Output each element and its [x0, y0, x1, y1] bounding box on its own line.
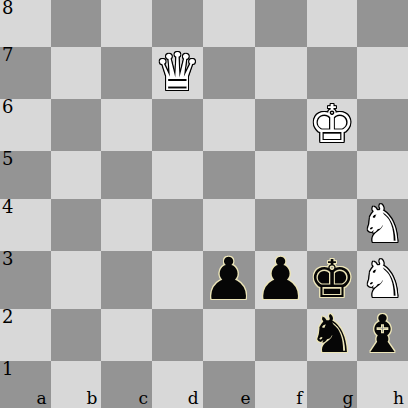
square-f4[interactable] [255, 199, 307, 251]
black-knight[interactable]: ♞ [309, 308, 356, 360]
white-queen[interactable]: ♛ [154, 46, 201, 98]
file-label-f: f [296, 390, 302, 407]
square-h8[interactable] [357, 0, 408, 47]
square-d3[interactable] [152, 251, 203, 309]
square-c1[interactable]: c [101, 361, 152, 408]
black-king[interactable]: ♚ [309, 253, 356, 305]
chess-board: 87♛6♚54♞3♟♟♚♞2♞♝1abcdefgh [0, 0, 408, 408]
square-d4[interactable] [152, 199, 203, 251]
square-e1[interactable]: e [203, 361, 255, 408]
square-c7[interactable] [101, 47, 152, 99]
square-a1[interactable]: 1a [0, 361, 51, 408]
square-g7[interactable] [307, 47, 358, 99]
square-e8[interactable] [203, 0, 255, 47]
rank-label-2: 2 [2, 307, 13, 328]
square-d2[interactable] [152, 309, 203, 361]
square-d5[interactable] [152, 151, 203, 198]
rank-label-5: 5 [2, 149, 13, 170]
file-label-d: d [188, 390, 199, 407]
square-e7[interactable] [203, 47, 255, 99]
rank-label-1: 1 [2, 359, 13, 380]
square-f7[interactable] [255, 47, 307, 99]
square-b5[interactable] [51, 151, 102, 198]
white-king[interactable]: ♚ [309, 98, 356, 150]
rank-label-8: 8 [2, 0, 13, 19]
square-c4[interactable] [101, 199, 152, 251]
square-e2[interactable] [203, 309, 255, 361]
square-c8[interactable] [101, 0, 152, 47]
square-a3[interactable]: 3 [0, 251, 51, 309]
white-knight[interactable]: ♞ [359, 198, 406, 250]
square-d7[interactable]: ♛ [152, 47, 203, 99]
square-d6[interactable] [152, 99, 203, 151]
file-label-b: b [86, 390, 97, 407]
square-h1[interactable]: h [357, 361, 408, 408]
square-h6[interactable] [357, 99, 408, 151]
square-f8[interactable] [255, 0, 307, 47]
square-f1[interactable]: f [255, 361, 307, 408]
square-d8[interactable] [152, 0, 203, 47]
square-g4[interactable] [307, 199, 358, 251]
rank-label-4: 4 [2, 197, 13, 218]
square-b4[interactable] [51, 199, 102, 251]
file-label-c: c [138, 390, 148, 407]
square-g8[interactable] [307, 0, 358, 47]
square-b1[interactable]: b [51, 361, 102, 408]
square-b7[interactable] [51, 47, 102, 99]
square-b6[interactable] [51, 99, 102, 151]
rank-label-7: 7 [2, 45, 13, 66]
file-label-g: g [342, 390, 353, 407]
black-bishop[interactable]: ♝ [359, 308, 406, 360]
white-knight[interactable]: ♞ [359, 253, 406, 305]
square-c6[interactable] [101, 99, 152, 151]
square-f5[interactable] [255, 151, 307, 198]
square-a5[interactable]: 5 [0, 151, 51, 198]
square-c5[interactable] [101, 151, 152, 198]
square-h2[interactable]: ♝ [357, 309, 408, 361]
square-g6[interactable]: ♚ [307, 99, 358, 151]
file-label-a: a [37, 390, 47, 407]
square-e6[interactable] [203, 99, 255, 151]
square-e4[interactable] [203, 199, 255, 251]
square-a2[interactable]: 2 [0, 309, 51, 361]
square-e3[interactable]: ♟ [203, 251, 255, 309]
square-f6[interactable] [255, 99, 307, 151]
square-h7[interactable] [357, 47, 408, 99]
square-g1[interactable]: g [307, 361, 358, 408]
square-d1[interactable]: d [152, 361, 203, 408]
square-a7[interactable]: 7 [0, 47, 51, 99]
square-f3[interactable]: ♟ [255, 251, 307, 309]
square-h5[interactable] [357, 151, 408, 198]
square-c2[interactable] [101, 309, 152, 361]
square-a8[interactable]: 8 [0, 0, 51, 47]
square-a4[interactable]: 4 [0, 199, 51, 251]
square-h3[interactable]: ♞ [357, 251, 408, 309]
rank-label-6: 6 [2, 97, 13, 118]
square-g5[interactable] [307, 151, 358, 198]
rank-label-3: 3 [2, 249, 13, 270]
square-e5[interactable] [203, 151, 255, 198]
square-b2[interactable] [51, 309, 102, 361]
square-g2[interactable]: ♞ [307, 309, 358, 361]
square-b8[interactable] [51, 0, 102, 47]
square-h4[interactable]: ♞ [357, 199, 408, 251]
square-a6[interactable]: 6 [0, 99, 51, 151]
square-g3[interactable]: ♚ [307, 251, 358, 309]
file-label-h: h [393, 390, 404, 407]
file-label-e: e [241, 390, 251, 407]
black-pawn[interactable]: ♟ [255, 250, 307, 308]
square-b3[interactable] [51, 251, 102, 309]
square-f2[interactable] [255, 309, 307, 361]
black-pawn[interactable]: ♟ [203, 250, 255, 308]
square-c3[interactable] [101, 251, 152, 309]
